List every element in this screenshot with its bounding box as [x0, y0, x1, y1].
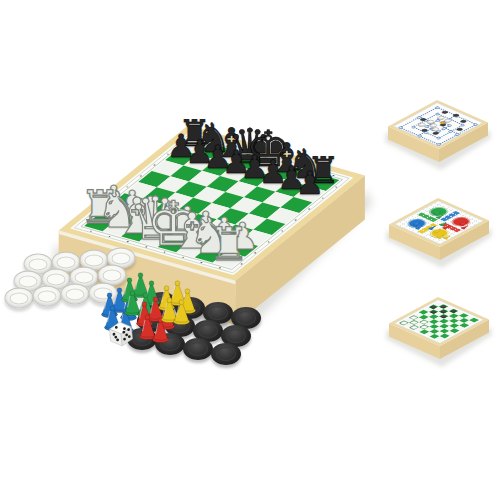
mini-square: [435, 336, 445, 341]
mill-node: [436, 143, 443, 146]
mini-board-boxes: [0, 0, 500, 500]
product-photo-wooden-multi-game-set: { "game": "wooden multi-game compendium:…: [0, 0, 500, 500]
